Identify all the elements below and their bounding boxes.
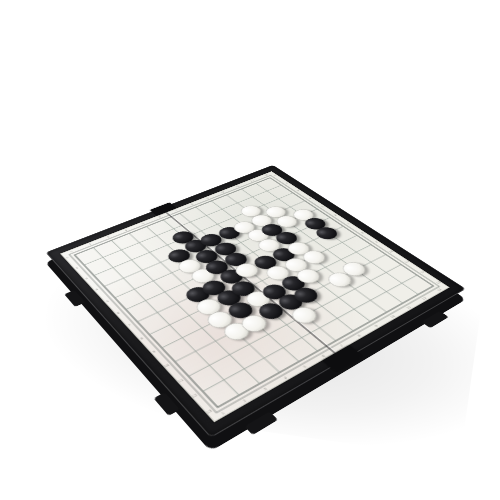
stone-white xyxy=(287,304,321,326)
svg-text:13: 13 xyxy=(436,288,443,293)
stone-black xyxy=(254,301,287,323)
stone-black xyxy=(274,292,307,313)
svg-text:13: 13 xyxy=(205,409,214,416)
stone-black xyxy=(213,287,245,308)
stone-black xyxy=(198,278,230,298)
stone-black xyxy=(290,285,322,306)
stone-black xyxy=(225,300,258,322)
stone-black xyxy=(216,267,247,286)
svg-text:6: 6 xyxy=(116,311,121,315)
svg-text:6: 6 xyxy=(321,354,327,359)
svg-text:13: 13 xyxy=(435,281,442,285)
stone-white xyxy=(242,289,274,310)
svg-text:12: 12 xyxy=(419,270,426,274)
svg-text:1: 1 xyxy=(220,410,226,415)
svg-text:7: 7 xyxy=(339,343,345,347)
stone-black xyxy=(227,279,259,299)
svg-text:11: 11 xyxy=(405,305,413,310)
product-photo-scene: 1111222233334444555566667777888899991010… xyxy=(0,0,500,500)
svg-text:11: 11 xyxy=(177,377,185,383)
stone-white xyxy=(204,309,237,331)
svg-text:8: 8 xyxy=(139,336,144,340)
svg-text:12: 12 xyxy=(421,296,429,301)
svg-text:9: 9 xyxy=(373,324,379,328)
svg-text:10: 10 xyxy=(163,363,171,369)
svg-text:7: 7 xyxy=(127,323,132,327)
stone-black xyxy=(258,282,290,302)
svg-text:2: 2 xyxy=(242,398,248,403)
stone-black xyxy=(278,273,310,293)
svg-text:5: 5 xyxy=(302,364,308,369)
svg-text:3: 3 xyxy=(262,387,268,392)
svg-text:3: 3 xyxy=(84,277,89,281)
svg-text:10: 10 xyxy=(389,314,397,319)
stone-white xyxy=(324,270,356,290)
svg-text:4: 4 xyxy=(282,375,288,380)
stone-white xyxy=(237,312,271,335)
svg-text:8: 8 xyxy=(356,333,362,337)
stone-black xyxy=(182,284,214,305)
svg-text:5: 5 xyxy=(105,299,110,303)
stone-white xyxy=(219,320,253,343)
svg-text:9: 9 xyxy=(151,349,157,354)
svg-text:4: 4 xyxy=(94,288,99,292)
stone-white xyxy=(339,260,370,279)
svg-text:12: 12 xyxy=(191,393,199,399)
stone-white xyxy=(192,296,225,318)
